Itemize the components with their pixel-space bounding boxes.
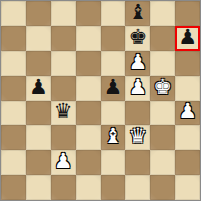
square-b6[interactable] xyxy=(26,51,51,76)
square-c8[interactable] xyxy=(51,1,76,26)
white-pawn: ♟ xyxy=(128,77,147,98)
square-e5[interactable]: ♟ xyxy=(101,76,126,101)
square-e6[interactable] xyxy=(101,51,126,76)
square-e3[interactable]: ♝ xyxy=(101,125,126,150)
square-e8[interactable] xyxy=(101,1,126,26)
square-a5[interactable] xyxy=(1,76,26,101)
square-a6[interactable] xyxy=(1,51,26,76)
black-pawn: ♟ xyxy=(178,27,197,48)
square-a1[interactable] xyxy=(1,175,26,200)
white-pawn: ♟ xyxy=(128,52,147,73)
square-b1[interactable] xyxy=(26,175,51,200)
square-h1[interactable] xyxy=(175,175,200,200)
square-d4[interactable] xyxy=(76,101,101,126)
chess-board: ♝♚♟♟♟♟♟♚♛♟♝♛♟ xyxy=(0,0,201,201)
square-d8[interactable] xyxy=(76,1,101,26)
black-bishop: ♝ xyxy=(128,2,147,23)
square-a4[interactable] xyxy=(1,101,26,126)
square-h3[interactable] xyxy=(175,125,200,150)
square-h6[interactable] xyxy=(175,51,200,76)
square-c4[interactable]: ♛ xyxy=(51,101,76,126)
square-h2[interactable] xyxy=(175,150,200,175)
square-e2[interactable] xyxy=(101,150,126,175)
square-f1[interactable] xyxy=(125,175,150,200)
square-g1[interactable] xyxy=(150,175,175,200)
square-b4[interactable] xyxy=(26,101,51,126)
square-f6[interactable]: ♟ xyxy=(125,51,150,76)
square-d2[interactable] xyxy=(76,150,101,175)
white-king: ♚ xyxy=(153,77,172,98)
white-pawn: ♟ xyxy=(54,151,73,172)
square-h8[interactable] xyxy=(175,1,200,26)
square-g5[interactable]: ♚ xyxy=(150,76,175,101)
square-d6[interactable] xyxy=(76,51,101,76)
black-pawn: ♟ xyxy=(104,77,123,98)
square-a2[interactable] xyxy=(1,150,26,175)
square-b7[interactable] xyxy=(26,26,51,51)
black-king: ♚ xyxy=(128,27,147,48)
black-queen: ♛ xyxy=(54,101,73,122)
square-f7[interactable]: ♚ xyxy=(125,26,150,51)
square-g8[interactable] xyxy=(150,1,175,26)
square-d1[interactable] xyxy=(76,175,101,200)
square-b2[interactable] xyxy=(26,150,51,175)
square-e4[interactable] xyxy=(101,101,126,126)
square-g4[interactable] xyxy=(150,101,175,126)
square-c3[interactable] xyxy=(51,125,76,150)
square-d7[interactable] xyxy=(76,26,101,51)
square-h4[interactable]: ♟ xyxy=(175,101,200,126)
square-c7[interactable] xyxy=(51,26,76,51)
square-f4[interactable] xyxy=(125,101,150,126)
square-b3[interactable] xyxy=(26,125,51,150)
square-f2[interactable] xyxy=(125,150,150,175)
square-d3[interactable] xyxy=(76,125,101,150)
square-e7[interactable] xyxy=(101,26,126,51)
square-g6[interactable] xyxy=(150,51,175,76)
square-a3[interactable] xyxy=(1,125,26,150)
square-c2[interactable]: ♟ xyxy=(51,150,76,175)
square-h5[interactable] xyxy=(175,76,200,101)
square-a8[interactable] xyxy=(1,1,26,26)
square-g2[interactable] xyxy=(150,150,175,175)
square-a7[interactable] xyxy=(1,26,26,51)
white-queen: ♛ xyxy=(128,126,147,147)
white-pawn: ♟ xyxy=(178,101,197,122)
square-c5[interactable] xyxy=(51,76,76,101)
square-f8[interactable]: ♝ xyxy=(125,1,150,26)
square-d5[interactable] xyxy=(76,76,101,101)
black-pawn: ♟ xyxy=(29,77,48,98)
square-g3[interactable] xyxy=(150,125,175,150)
square-c1[interactable] xyxy=(51,175,76,200)
square-e1[interactable] xyxy=(101,175,126,200)
square-b5[interactable]: ♟ xyxy=(26,76,51,101)
square-f5[interactable]: ♟ xyxy=(125,76,150,101)
square-h7[interactable]: ♟ xyxy=(175,26,200,51)
square-f3[interactable]: ♛ xyxy=(125,125,150,150)
square-c6[interactable] xyxy=(51,51,76,76)
square-b8[interactable] xyxy=(26,1,51,26)
white-bishop: ♝ xyxy=(104,126,123,147)
square-g7[interactable] xyxy=(150,26,175,51)
